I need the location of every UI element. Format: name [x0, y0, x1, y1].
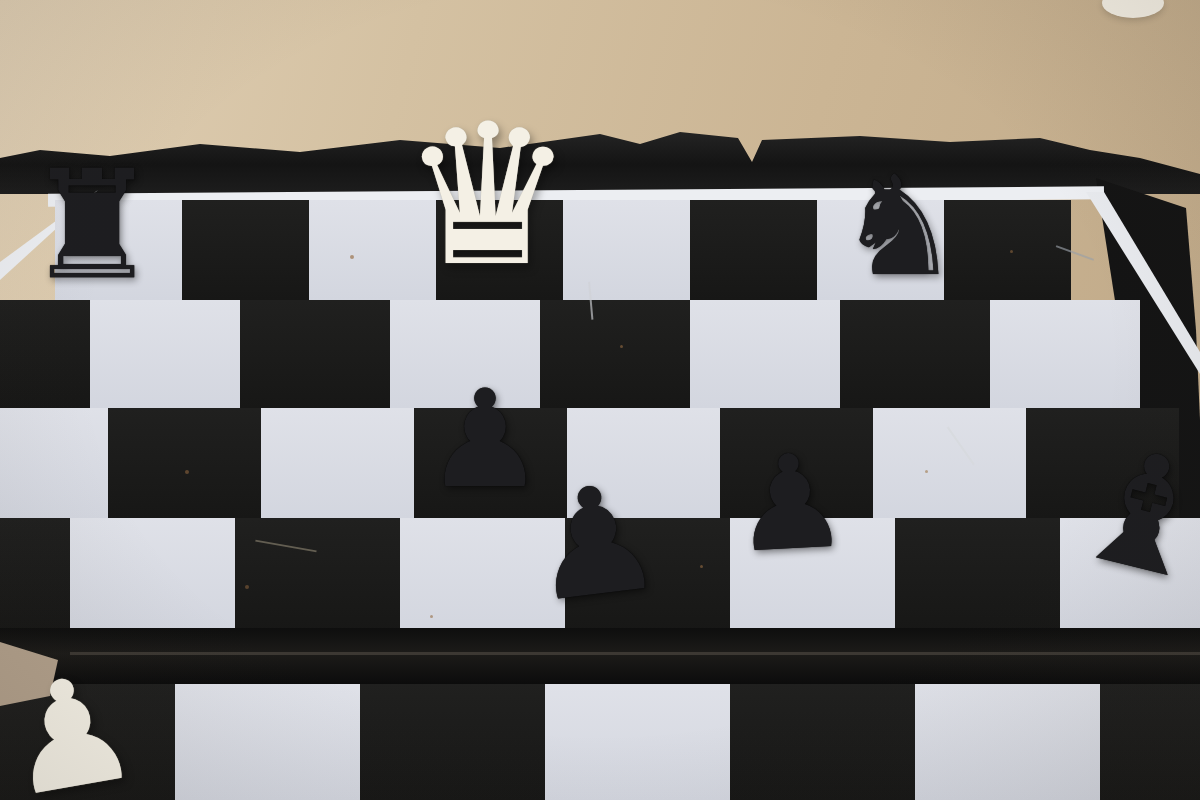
square-h7[interactable]	[990, 300, 1140, 408]
square-h4[interactable]	[1100, 684, 1200, 800]
square-c6[interactable]	[261, 408, 414, 518]
square-g6[interactable]	[873, 408, 1026, 518]
square-c5[interactable]	[235, 518, 400, 632]
board-frame-top	[0, 128, 1200, 194]
off-board-white-piece[interactable]	[1102, 0, 1164, 18]
square-e4[interactable]	[545, 684, 730, 800]
square-d4[interactable]	[360, 684, 545, 800]
square-g4[interactable]	[915, 684, 1100, 800]
square-b6[interactable]	[108, 408, 261, 518]
square-f8[interactable]	[690, 200, 817, 300]
board-hinge-seam	[70, 652, 1200, 655]
board-hinge-band	[0, 628, 1200, 684]
dust-speck	[925, 470, 928, 473]
piece-white-pawn-b4[interactable]: ♟	[0, 651, 148, 800]
square-e8[interactable]	[563, 200, 690, 300]
board-row-rank-7	[0, 300, 1140, 408]
piece-black-knight-g8[interactable]: ♞	[837, 158, 961, 296]
piece-black-pawn-e5[interactable]: ♟	[520, 461, 670, 624]
piece-white-queen-d8[interactable]: ♛	[401, 98, 576, 293]
dust-speck	[350, 255, 354, 259]
piece-black-rook-a8[interactable]: ♜	[25, 150, 159, 300]
square-g7[interactable]	[840, 300, 990, 408]
square-g5[interactable]	[895, 518, 1060, 632]
dust-speck	[700, 565, 703, 568]
board-row-rank-4	[0, 684, 1200, 800]
square-a7[interactable]	[0, 300, 90, 408]
square-e7[interactable]	[540, 300, 690, 408]
dust-speck	[430, 615, 433, 618]
square-a5[interactable]	[0, 518, 70, 632]
square-c7[interactable]	[240, 300, 390, 408]
square-f7[interactable]	[690, 300, 840, 408]
square-c4[interactable]	[175, 684, 360, 800]
square-h8[interactable]	[944, 200, 1071, 300]
dust-speck	[245, 585, 249, 589]
square-b5[interactable]	[70, 518, 235, 632]
chess-photo-scene: ♜♛♞♟♟♟♝♟	[0, 0, 1200, 800]
piece-black-pawn-f5[interactable]: ♟	[729, 435, 852, 571]
square-a6[interactable]	[0, 408, 108, 518]
dust-speck	[185, 470, 189, 474]
square-f4[interactable]	[730, 684, 915, 800]
dust-speck	[620, 345, 623, 348]
square-b8[interactable]	[182, 200, 309, 300]
dust-speck	[1010, 250, 1013, 253]
square-b7[interactable]	[90, 300, 240, 408]
